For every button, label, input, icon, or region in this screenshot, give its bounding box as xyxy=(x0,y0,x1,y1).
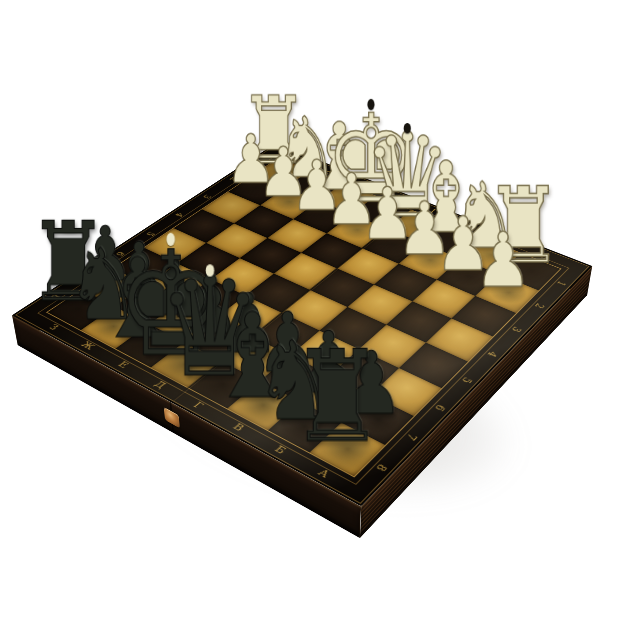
chess-board: ЗЖЕДГВБА ЗЖЕДГВБА 12345678 12345678 ♜♞♝♛… xyxy=(12,143,592,506)
black-finial-icon xyxy=(404,122,411,132)
white-finial-icon xyxy=(206,264,214,276)
chess-set-photo: ЗЖЕДГВБА ЗЖЕДГВБА 12345678 12345678 ♜♞♝♛… xyxy=(0,0,627,627)
scene: ЗЖЕДГВБА ЗЖЕДГВБА 12345678 12345678 ♜♞♝♛… xyxy=(0,0,627,627)
white-finial-icon xyxy=(167,233,175,246)
piece-black-rook: ♜ xyxy=(277,335,397,461)
piece-white-pawn: ♟ xyxy=(452,223,554,299)
